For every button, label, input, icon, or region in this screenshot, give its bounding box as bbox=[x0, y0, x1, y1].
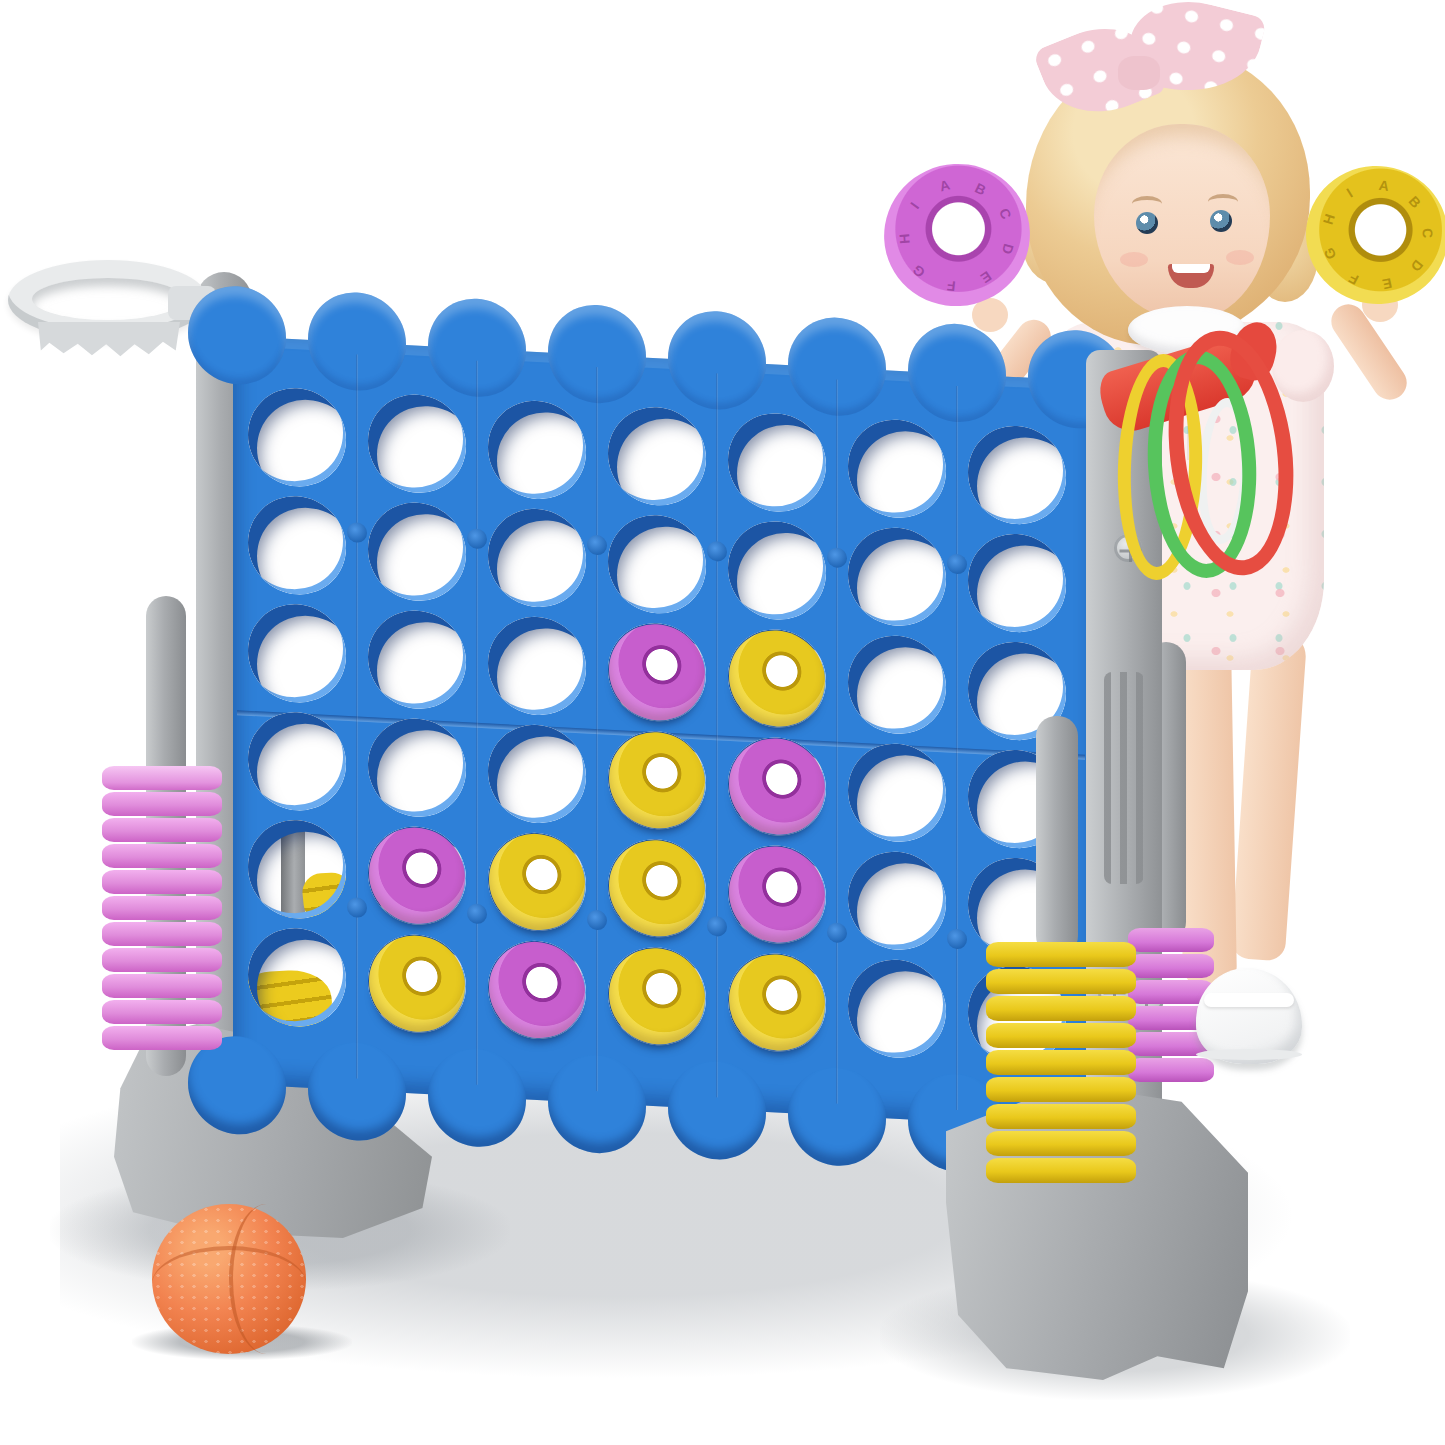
pink-ring-stack bbox=[102, 766, 222, 1050]
yellow-ring-stack bbox=[986, 942, 1136, 1183]
yellow-disc bbox=[369, 933, 465, 1034]
board-cell-r2c5 bbox=[717, 513, 837, 627]
post-grooves bbox=[1104, 672, 1144, 884]
purple-disc bbox=[729, 844, 825, 945]
yellow-disc bbox=[609, 730, 705, 831]
purple-disc bbox=[609, 622, 705, 723]
hole bbox=[248, 926, 346, 1029]
embossed-letter: F bbox=[1346, 270, 1361, 288]
hole-inner-shading bbox=[488, 398, 586, 501]
board-cell-r5c4 bbox=[597, 831, 717, 945]
board-cell-r2c3 bbox=[477, 501, 597, 615]
board-cell-r4c6 bbox=[837, 736, 957, 850]
embossed-letter: I bbox=[907, 199, 922, 212]
hole bbox=[248, 818, 346, 921]
embossed-letter: G bbox=[909, 261, 928, 280]
hole-inner-shading bbox=[368, 716, 466, 819]
embossed-letter: D bbox=[998, 242, 1016, 256]
board-cell-r5c1 bbox=[237, 812, 357, 926]
girl-smile bbox=[1168, 264, 1214, 288]
stacked-ring bbox=[986, 1131, 1136, 1156]
stacked-ring bbox=[1128, 954, 1214, 978]
board-cell-r4c1 bbox=[237, 704, 357, 818]
hole bbox=[968, 532, 1066, 635]
stacked-ring bbox=[1128, 1058, 1214, 1082]
hole-inner-shading bbox=[848, 849, 946, 952]
board-cell-r2c7 bbox=[957, 526, 1077, 640]
hole-inner-shading bbox=[248, 926, 346, 1029]
scene: ABCDEFGHI ABCDEFGHI bbox=[0, 0, 1445, 1445]
board-cell-r1c6 bbox=[837, 412, 957, 526]
board-cell-r3c4 bbox=[597, 615, 717, 729]
board-cell-r6c5 bbox=[717, 945, 837, 1059]
stacked-ring bbox=[986, 942, 1136, 967]
stacked-ring bbox=[986, 1077, 1136, 1102]
hole-inner-shading bbox=[848, 525, 946, 628]
embossed-letter: E bbox=[1382, 275, 1394, 293]
hole-inner-shading bbox=[248, 602, 346, 705]
board-cell-r2c6 bbox=[837, 520, 957, 634]
hole bbox=[248, 710, 346, 813]
hole bbox=[488, 614, 586, 717]
stacked-ring bbox=[986, 969, 1136, 994]
board-cell-r2c1 bbox=[237, 488, 357, 602]
stacked-ring bbox=[102, 766, 222, 790]
purple-disc bbox=[729, 736, 825, 837]
embossed-letter: E bbox=[978, 268, 995, 286]
hole bbox=[368, 392, 466, 495]
stacked-ring bbox=[102, 870, 222, 894]
orange-basketball bbox=[152, 1204, 306, 1354]
board-cell-r6c6 bbox=[837, 952, 957, 1066]
hole bbox=[848, 957, 946, 1060]
hole bbox=[488, 398, 586, 501]
board-cell-r5c6 bbox=[837, 844, 957, 958]
board-grid bbox=[237, 380, 1077, 1072]
board-cell-r1c4 bbox=[597, 399, 717, 513]
hole bbox=[728, 411, 826, 514]
board-cell-r2c2 bbox=[357, 494, 477, 608]
hole bbox=[488, 506, 586, 609]
hole-inner-shading bbox=[608, 405, 706, 508]
hole-inner-shading bbox=[848, 417, 946, 520]
hole-inner-shading bbox=[848, 633, 946, 736]
girl-sleeve bbox=[1272, 330, 1334, 402]
embossed-letter: C bbox=[1420, 228, 1436, 239]
board-cell-r5c2 bbox=[357, 818, 477, 932]
board-cell-r4c5 bbox=[717, 729, 837, 843]
embossed-letter: A bbox=[1378, 177, 1390, 194]
embossed-letter: F bbox=[946, 278, 956, 295]
board-cell-r6c1 bbox=[237, 920, 357, 1034]
hole-inner-shading bbox=[488, 614, 586, 717]
girl-eyebrow bbox=[1208, 194, 1238, 210]
board-cell-r1c7 bbox=[957, 418, 1077, 532]
hole bbox=[608, 405, 706, 508]
stacked-ring bbox=[102, 948, 222, 972]
stacked-ring bbox=[102, 1000, 222, 1024]
embossed-letter: C bbox=[996, 206, 1015, 222]
embossed-letter: H bbox=[1319, 212, 1337, 227]
stacked-ring bbox=[986, 1050, 1136, 1075]
stacked-ring bbox=[1128, 928, 1214, 952]
board-cell-r1c3 bbox=[477, 393, 597, 507]
girl-eye bbox=[1210, 210, 1232, 232]
board-cell-r3c1 bbox=[237, 596, 357, 710]
held-purple-ring: ABCDEFGHI bbox=[869, 148, 1045, 321]
front-right-pole bbox=[1036, 716, 1078, 956]
hole-inner-shading bbox=[248, 386, 346, 489]
stacked-ring bbox=[986, 1104, 1136, 1129]
hole-inner-shading bbox=[488, 506, 586, 609]
board-cell-r2c4 bbox=[597, 507, 717, 621]
hole-inner-shading bbox=[848, 957, 946, 1060]
girl-cheek bbox=[1120, 252, 1148, 267]
yellow-disc bbox=[729, 628, 825, 729]
board-cell-r6c4 bbox=[597, 939, 717, 1053]
purple-disc bbox=[369, 825, 465, 926]
board-cell-r4c4 bbox=[597, 723, 717, 837]
purple-disc bbox=[489, 939, 585, 1040]
hole bbox=[608, 513, 706, 616]
hole-inner-shading bbox=[728, 411, 826, 514]
embossed-letter: D bbox=[1408, 257, 1427, 275]
hole bbox=[488, 722, 586, 825]
stacked-ring bbox=[102, 818, 222, 842]
hole-inner-shading bbox=[368, 500, 466, 603]
stacked-ring bbox=[102, 896, 222, 920]
hole bbox=[968, 424, 1066, 527]
hole-inner-shading bbox=[368, 392, 466, 495]
board-cell-r5c5 bbox=[717, 837, 837, 951]
hole bbox=[848, 525, 946, 628]
hole bbox=[248, 386, 346, 489]
stacked-ring bbox=[102, 792, 222, 816]
hole-inner-shading bbox=[728, 519, 826, 622]
held-yellow-ring: ABCDEFGHI bbox=[1297, 157, 1445, 313]
hole-inner-shading bbox=[488, 722, 586, 825]
hole bbox=[848, 633, 946, 736]
hole bbox=[248, 602, 346, 705]
board-cell-r6c3 bbox=[477, 933, 597, 1047]
hole bbox=[368, 608, 466, 711]
embossed-letter: A bbox=[938, 176, 952, 194]
hole-inner-shading bbox=[248, 710, 346, 813]
board-cell-r3c2 bbox=[357, 602, 477, 716]
embossed-letter: B bbox=[972, 179, 988, 198]
hole-inner-shading bbox=[248, 494, 346, 597]
hole bbox=[848, 849, 946, 952]
hole-inner-shading bbox=[248, 818, 346, 921]
hole bbox=[368, 500, 466, 603]
hair-bow-knot bbox=[1118, 56, 1160, 90]
connect-four-board bbox=[233, 336, 1089, 1129]
hole-inner-shading bbox=[608, 513, 706, 616]
board-cell-r1c2 bbox=[357, 386, 477, 500]
board-cell-r3c6 bbox=[837, 628, 957, 742]
embossed-letter: G bbox=[1320, 245, 1339, 261]
yellow-disc bbox=[489, 831, 585, 932]
stacked-ring bbox=[102, 844, 222, 868]
girl-leg bbox=[1231, 629, 1308, 962]
girl-eyebrow bbox=[1132, 196, 1162, 212]
board-cell-r6c2 bbox=[357, 926, 477, 1040]
hole-inner-shading bbox=[848, 741, 946, 844]
embossed-letter: I bbox=[1344, 185, 1356, 201]
embossed-letter: H bbox=[896, 233, 913, 244]
yellow-disc bbox=[729, 952, 825, 1053]
stacked-ring bbox=[102, 974, 222, 998]
embossed-letter: B bbox=[1405, 193, 1424, 211]
stacked-ring bbox=[102, 1026, 222, 1050]
board-cell-r4c3 bbox=[477, 717, 597, 831]
hole bbox=[368, 716, 466, 819]
girl-cheek bbox=[1226, 250, 1254, 265]
board-cell-r3c3 bbox=[477, 609, 597, 723]
hole-inner-shading bbox=[968, 424, 1066, 527]
stacked-ring bbox=[986, 996, 1136, 1021]
board-cell-r1c1 bbox=[237, 380, 357, 494]
stacked-ring bbox=[986, 1158, 1136, 1183]
yellow-disc bbox=[609, 838, 705, 939]
hole bbox=[848, 417, 946, 520]
stacked-ring bbox=[986, 1023, 1136, 1048]
board-cell-r1c5 bbox=[717, 405, 837, 519]
board-cell-r4c2 bbox=[357, 710, 477, 824]
hole bbox=[248, 494, 346, 597]
hole-inner-shading bbox=[368, 608, 466, 711]
girl-hand bbox=[972, 298, 1008, 332]
stacked-ring bbox=[102, 922, 222, 946]
hole-inner-shading bbox=[968, 532, 1066, 635]
girl-eye bbox=[1136, 212, 1158, 234]
board-cell-r5c3 bbox=[477, 825, 597, 939]
hole bbox=[728, 519, 826, 622]
yellow-disc bbox=[609, 946, 705, 1047]
board-cell-r3c5 bbox=[717, 621, 837, 735]
hole bbox=[848, 741, 946, 844]
